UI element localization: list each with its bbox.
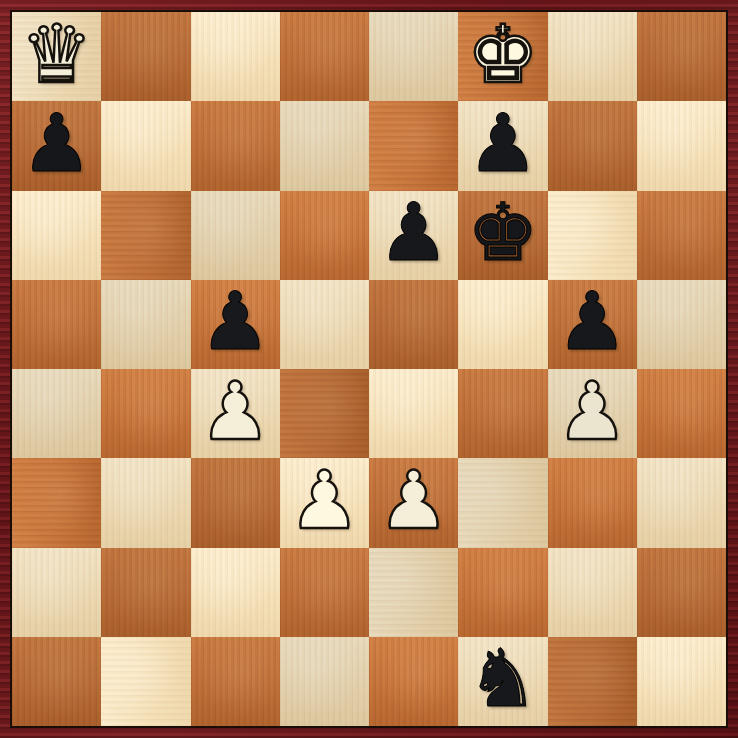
piece-white-pawn-d3[interactable]: ♟	[289, 461, 361, 541]
square-h6[interactable]	[637, 191, 726, 280]
piece-white-pawn-c4[interactable]: ♟	[199, 372, 271, 452]
square-c4[interactable]: ♟	[191, 369, 280, 458]
square-g8[interactable]	[548, 12, 637, 101]
square-c2[interactable]	[191, 548, 280, 637]
square-d6[interactable]	[280, 191, 369, 280]
square-h8[interactable]	[637, 12, 726, 101]
square-c6[interactable]	[191, 191, 280, 280]
square-f8[interactable]: ♚	[458, 12, 547, 101]
square-h3[interactable]	[637, 458, 726, 547]
square-a5[interactable]	[12, 280, 101, 369]
chess-board-frame: ♛♚♟♟♟♚♟♟♟♟♟♟♞	[0, 0, 738, 738]
piece-black-pawn-c5[interactable]: ♟	[199, 282, 271, 362]
square-g1[interactable]	[548, 637, 637, 726]
square-b4[interactable]	[101, 369, 190, 458]
square-e8[interactable]	[369, 12, 458, 101]
square-b7[interactable]	[101, 101, 190, 190]
square-g6[interactable]	[548, 191, 637, 280]
square-g4[interactable]: ♟	[548, 369, 637, 458]
piece-black-king-f6[interactable]: ♚	[467, 193, 539, 273]
square-d5[interactable]	[280, 280, 369, 369]
piece-white-pawn-g4[interactable]: ♟	[556, 372, 628, 452]
piece-white-pawn-e3[interactable]: ♟	[378, 461, 450, 541]
square-b2[interactable]	[101, 548, 190, 637]
square-e2[interactable]	[369, 548, 458, 637]
square-d1[interactable]	[280, 637, 369, 726]
square-b8[interactable]	[101, 12, 190, 101]
square-a7[interactable]: ♟	[12, 101, 101, 190]
square-e7[interactable]	[369, 101, 458, 190]
square-e5[interactable]	[369, 280, 458, 369]
square-b3[interactable]	[101, 458, 190, 547]
square-e6[interactable]: ♟	[369, 191, 458, 280]
piece-white-queen-a8[interactable]: ♛	[21, 15, 93, 95]
square-e3[interactable]: ♟	[369, 458, 458, 547]
square-e1[interactable]	[369, 637, 458, 726]
square-h1[interactable]	[637, 637, 726, 726]
square-a8[interactable]: ♛	[12, 12, 101, 101]
square-e4[interactable]	[369, 369, 458, 458]
square-b6[interactable]	[101, 191, 190, 280]
piece-black-pawn-f7[interactable]: ♟	[467, 104, 539, 184]
square-d4[interactable]	[280, 369, 369, 458]
piece-white-king-f8[interactable]: ♚	[467, 15, 539, 95]
piece-black-pawn-g5[interactable]: ♟	[556, 282, 628, 362]
square-a2[interactable]	[12, 548, 101, 637]
square-c8[interactable]	[191, 12, 280, 101]
square-g7[interactable]	[548, 101, 637, 190]
square-f1[interactable]: ♞	[458, 637, 547, 726]
piece-black-pawn-e6[interactable]: ♟	[378, 193, 450, 273]
square-a6[interactable]	[12, 191, 101, 280]
square-d2[interactable]	[280, 548, 369, 637]
square-g3[interactable]	[548, 458, 637, 547]
square-c3[interactable]	[191, 458, 280, 547]
square-h4[interactable]	[637, 369, 726, 458]
piece-black-knight-f1[interactable]: ♞	[467, 639, 539, 719]
square-a1[interactable]	[12, 637, 101, 726]
square-d3[interactable]: ♟	[280, 458, 369, 547]
square-g2[interactable]	[548, 548, 637, 637]
square-f5[interactable]	[458, 280, 547, 369]
piece-black-pawn-a7[interactable]: ♟	[21, 104, 93, 184]
square-f3[interactable]	[458, 458, 547, 547]
square-c7[interactable]	[191, 101, 280, 190]
square-b1[interactable]	[101, 637, 190, 726]
square-h2[interactable]	[637, 548, 726, 637]
square-a3[interactable]	[12, 458, 101, 547]
square-f6[interactable]: ♚	[458, 191, 547, 280]
square-b5[interactable]	[101, 280, 190, 369]
square-h7[interactable]	[637, 101, 726, 190]
square-f7[interactable]: ♟	[458, 101, 547, 190]
square-f4[interactable]	[458, 369, 547, 458]
square-c1[interactable]	[191, 637, 280, 726]
square-h5[interactable]	[637, 280, 726, 369]
square-c5[interactable]: ♟	[191, 280, 280, 369]
square-f2[interactable]	[458, 548, 547, 637]
square-d7[interactable]	[280, 101, 369, 190]
square-a4[interactable]	[12, 369, 101, 458]
square-g5[interactable]: ♟	[548, 280, 637, 369]
square-d8[interactable]	[280, 12, 369, 101]
board: ♛♚♟♟♟♚♟♟♟♟♟♟♞	[10, 10, 728, 728]
